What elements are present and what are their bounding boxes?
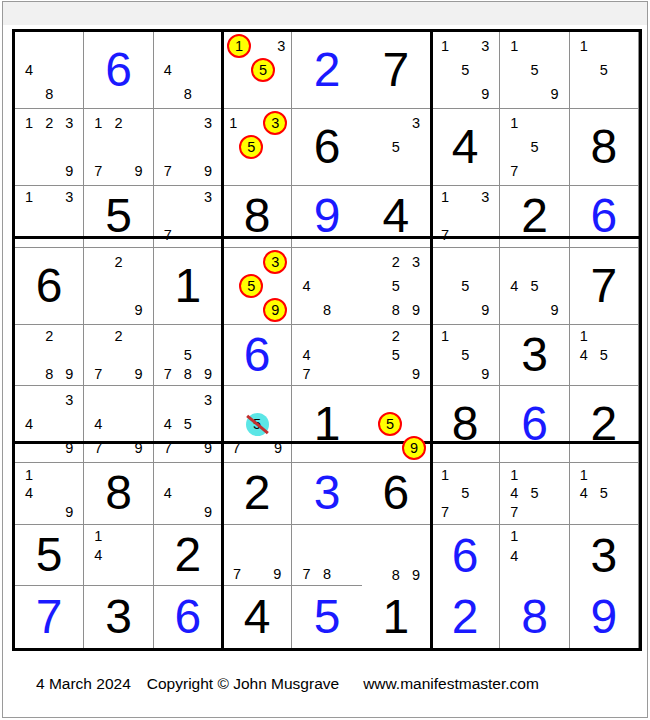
candidate: 3 xyxy=(475,34,495,58)
candidate: 1 xyxy=(574,34,594,58)
given-digit: 3 xyxy=(590,532,617,580)
candidate: 4 xyxy=(19,484,39,503)
candidate: 9 xyxy=(129,436,149,460)
cell-r2c1[interactable]: 1239 xyxy=(15,109,84,186)
footer-website: www.manifestmaster.com xyxy=(363,675,539,693)
candidate: 2 xyxy=(108,327,128,346)
candidate: 5 xyxy=(594,484,614,503)
cell-r4c9[interactable]: 7 xyxy=(570,248,639,325)
cell-r9c7[interactable]: 2 xyxy=(431,586,500,648)
candidate: 7 xyxy=(435,503,455,522)
cell-r9c4[interactable]: 4 xyxy=(223,586,292,648)
solved-digit: 6 xyxy=(521,400,548,448)
candidate: 4 xyxy=(504,546,524,565)
candidate: 4 xyxy=(158,58,178,82)
candidate: 1 xyxy=(19,188,39,207)
cell-r1c8[interactable]: 159 xyxy=(500,32,569,109)
candidate: 4 xyxy=(88,546,108,565)
cell-r3c5[interactable]: 9 xyxy=(292,186,361,248)
candidate: 2 xyxy=(39,327,59,346)
cell-r3c4[interactable]: 8 xyxy=(223,186,292,248)
candidate: 8 xyxy=(386,565,406,584)
cell-r6c5[interactable]: 1 xyxy=(292,386,361,463)
given-digit: 2 xyxy=(521,192,548,240)
candidate: 5 xyxy=(178,345,198,364)
candidate: 2 xyxy=(386,250,406,274)
candidate: 9 xyxy=(59,364,79,383)
candidate: 5 xyxy=(524,484,544,503)
given-digit: 7 xyxy=(590,262,617,310)
candidate: 8 xyxy=(178,364,198,383)
cell-r4c7[interactable]: 59 xyxy=(431,248,500,325)
candidate: 7 xyxy=(88,159,108,183)
candidate: 3 xyxy=(275,34,287,58)
cell-r1c9[interactable]: 15 xyxy=(570,32,639,109)
cell-r2c3[interactable]: 379 xyxy=(154,109,223,186)
cell-r7c4[interactable]: 2 xyxy=(223,463,292,525)
candidate: 4 xyxy=(574,484,594,503)
candidate: 5 xyxy=(455,274,475,298)
candidate: 8 xyxy=(39,364,59,383)
candidate: 9 xyxy=(129,298,149,322)
candidate: 9 xyxy=(198,159,218,183)
candidate-eliminated: 5 xyxy=(246,413,269,436)
cell-r2c5[interactable]: 6 xyxy=(292,109,361,186)
solved-digit: 6 xyxy=(590,192,617,240)
cell-r4c6[interactable]: 23589 xyxy=(362,248,431,325)
candidate: 1 xyxy=(88,527,108,546)
cell-r1c4[interactable]: 135 xyxy=(223,32,292,109)
given-digit: 1 xyxy=(174,262,201,310)
candidate: 3 xyxy=(475,188,495,207)
cell-r8c7[interactable]: 6 xyxy=(431,525,500,587)
solved-digit: 9 xyxy=(590,593,617,641)
candidate: 3 xyxy=(59,388,79,412)
cell-r5c2[interactable]: 279 xyxy=(84,325,153,387)
candidate: 5 xyxy=(386,345,406,364)
candidate: 4 xyxy=(574,345,594,364)
candidate: 5 xyxy=(386,274,406,298)
candidate: 9 xyxy=(475,82,495,106)
candidate: 9 xyxy=(198,364,218,383)
cell-r2c8[interactable]: 157 xyxy=(500,109,569,186)
cell-r6c4[interactable]: 579 xyxy=(223,386,292,463)
candidate: 8 xyxy=(178,82,198,106)
given-digit: 5 xyxy=(36,531,63,579)
candidate: 7 xyxy=(227,565,247,584)
candidate-highlighted: 5 xyxy=(239,135,263,159)
solved-digit: 6 xyxy=(452,532,479,580)
cell-r3c6[interactable]: 4 xyxy=(362,186,431,248)
candidate: 3 xyxy=(198,111,218,135)
cell-r8c4[interactable]: 79 xyxy=(223,525,292,587)
candidate: 1 xyxy=(435,327,455,346)
cell-r8c5[interactable]: 78 xyxy=(292,525,361,587)
candidate: 7 xyxy=(158,159,178,183)
candidate: 5 xyxy=(455,345,475,364)
cell-r3c7[interactable]: 137 xyxy=(431,186,500,248)
cell-r4c5[interactable]: 48 xyxy=(292,248,361,325)
candidate-highlighted: 5 xyxy=(251,58,275,82)
cell-r4c4[interactable]: 359 xyxy=(223,248,292,325)
solved-digit: 6 xyxy=(244,331,271,379)
sudoku-board: 4864813527135915915123912793791356354157… xyxy=(12,29,642,651)
candidate: 8 xyxy=(39,82,59,106)
cell-r6c3[interactable]: 34579 xyxy=(154,386,223,463)
cell-r8c9[interactable]: 3 xyxy=(570,525,639,587)
candidate: 3 xyxy=(406,250,426,274)
cell-r1c2[interactable]: 6 xyxy=(84,32,153,109)
given-digit: 2 xyxy=(590,400,617,448)
candidate: 1 xyxy=(504,465,524,484)
candidate: 4 xyxy=(296,345,316,364)
cell-r7c9[interactable]: 145 xyxy=(570,463,639,525)
solved-digit: 3 xyxy=(314,469,341,517)
given-digit: 6 xyxy=(314,123,341,171)
cell-r6c8[interactable]: 6 xyxy=(500,386,569,463)
candidate: 3 xyxy=(59,111,79,135)
cell-r1c7[interactable]: 1359 xyxy=(431,32,500,109)
candidate: 9 xyxy=(475,364,495,383)
given-digit: 7 xyxy=(382,46,409,94)
candidate: 3 xyxy=(198,388,218,412)
cell-r4c8[interactable]: 459 xyxy=(500,248,569,325)
cell-r6c2[interactable]: 479 xyxy=(84,386,153,463)
candidate: 9 xyxy=(59,436,79,460)
candidate-highlighted: 3 xyxy=(263,111,287,135)
candidate: 5 xyxy=(594,58,614,82)
cell-r9c8[interactable]: 8 xyxy=(500,586,569,648)
cell-r8c2[interactable]: 14 xyxy=(84,525,153,587)
candidate: 1 xyxy=(435,465,455,484)
candidate: 5 xyxy=(455,484,475,503)
candidate: 3 xyxy=(59,188,79,207)
candidate: 9 xyxy=(269,436,288,460)
candidate-highlighted: 5 xyxy=(378,412,402,436)
candidate: 2 xyxy=(386,327,406,346)
given-digit: 1 xyxy=(314,400,341,448)
cell-r3c2[interactable]: 5 xyxy=(84,186,153,248)
cell-r3c9[interactable]: 6 xyxy=(570,186,639,248)
candidate: 5 xyxy=(455,58,475,82)
candidate: 4 xyxy=(296,274,316,298)
cell-r7c8[interactable]: 1457 xyxy=(500,463,569,525)
candidate: 1 xyxy=(88,111,108,135)
cell-r2c2[interactable]: 1279 xyxy=(84,109,153,186)
solved-digit: 8 xyxy=(521,593,548,641)
candidate: 2 xyxy=(108,250,128,274)
cell-r7c2[interactable]: 8 xyxy=(84,463,153,525)
candidate: 1 xyxy=(227,111,239,135)
cell-r4c3[interactable]: 1 xyxy=(154,248,223,325)
cell-r5c7[interactable]: 159 xyxy=(431,325,500,387)
cell-r2c9[interactable]: 8 xyxy=(570,109,639,186)
candidate: 5 xyxy=(594,345,614,364)
cell-r1c1[interactable]: 48 xyxy=(15,32,84,109)
candidate: 7 xyxy=(227,436,246,460)
cell-r3c3[interactable]: 37 xyxy=(154,186,223,248)
cell-r7c3[interactable]: 49 xyxy=(154,463,223,525)
footer-date: 4 March 2024 xyxy=(36,675,131,693)
cell-r5c5[interactable]: 47 xyxy=(292,325,361,387)
solved-digit: 9 xyxy=(314,192,341,240)
given-digit: 8 xyxy=(105,469,132,517)
candidate: 9 xyxy=(406,565,426,584)
candidate: 8 xyxy=(317,565,337,584)
given-digit: 4 xyxy=(382,192,409,240)
given-digit: 4 xyxy=(452,123,479,171)
cell-r2c4[interactable]: 135 xyxy=(223,109,292,186)
given-digit: 3 xyxy=(521,331,548,379)
solved-digit: 6 xyxy=(174,593,201,641)
given-digit: 8 xyxy=(590,123,617,171)
cell-r8c8[interactable]: 14 xyxy=(500,525,569,587)
candidate: 1 xyxy=(504,527,524,546)
cell-r1c3[interactable]: 48 xyxy=(154,32,223,109)
given-digit: 2 xyxy=(174,531,201,579)
candidate: 7 xyxy=(296,565,316,584)
candidate: 4 xyxy=(504,484,524,503)
cell-r5c8[interactable]: 3 xyxy=(500,325,569,387)
candidate: 9 xyxy=(267,565,287,584)
candidate: 7 xyxy=(158,436,178,460)
candidate: 4 xyxy=(19,412,39,436)
candidate: 9 xyxy=(59,503,79,522)
candidate: 8 xyxy=(317,298,337,322)
given-digit: 8 xyxy=(452,400,479,448)
candidate: 8 xyxy=(386,298,406,322)
window-top-strip xyxy=(3,2,647,25)
candidate: 7 xyxy=(504,503,524,522)
cell-r8c6[interactable]: 89 xyxy=(362,525,431,587)
cell-r1c6[interactable]: 7 xyxy=(362,32,431,109)
cell-r8c3[interactable]: 2 xyxy=(154,525,223,587)
cell-r9c6[interactable]: 1 xyxy=(362,586,431,648)
candidate: 9 xyxy=(198,503,218,522)
candidate: 3 xyxy=(406,111,426,135)
candidate: 7 xyxy=(435,226,455,245)
cell-r5c6[interactable]: 259 xyxy=(362,325,431,387)
candidate: 1 xyxy=(574,327,594,346)
candidate: 1 xyxy=(435,188,455,207)
cell-r7c6[interactable]: 6 xyxy=(362,463,431,525)
cell-r5c3[interactable]: 5789 xyxy=(154,325,223,387)
candidate: 5 xyxy=(524,135,544,159)
candidate: 2 xyxy=(39,111,59,135)
solved-digit: 7 xyxy=(36,593,63,641)
candidate: 7 xyxy=(504,159,524,183)
cell-r6c7[interactable]: 8 xyxy=(431,386,500,463)
cell-r7c1[interactable]: 149 xyxy=(15,463,84,525)
cell-r5c9[interactable]: 145 xyxy=(570,325,639,387)
candidate: 5 xyxy=(524,58,544,82)
cell-r5c1[interactable]: 289 xyxy=(15,325,84,387)
solved-digit: 5 xyxy=(314,593,341,641)
candidate: 9 xyxy=(545,298,565,322)
cell-r8c1[interactable]: 5 xyxy=(15,525,84,587)
candidate: 9 xyxy=(475,298,495,322)
cell-r3c8[interactable]: 2 xyxy=(500,186,569,248)
candidate: 5 xyxy=(386,135,406,159)
candidate: 1 xyxy=(19,111,39,135)
given-digit: 8 xyxy=(244,192,271,240)
candidate-highlighted: 1 xyxy=(227,34,251,58)
candidate: 5 xyxy=(178,412,198,436)
candidate: 1 xyxy=(435,34,455,58)
cell-r5c4[interactable]: 6 xyxy=(223,325,292,387)
candidate: 7 xyxy=(158,226,178,245)
cell-r1c5[interactable]: 2 xyxy=(292,32,361,109)
candidate: 4 xyxy=(158,412,178,436)
given-digit: 5 xyxy=(105,192,132,240)
candidate: 9 xyxy=(129,159,149,183)
given-digit: 3 xyxy=(105,593,132,641)
candidate: 9 xyxy=(545,82,565,106)
cell-r2c6[interactable]: 35 xyxy=(362,109,431,186)
solved-digit: 2 xyxy=(452,593,479,641)
candidate: 1 xyxy=(19,465,39,484)
candidate: 4 xyxy=(19,58,39,82)
cell-r9c2[interactable]: 3 xyxy=(84,586,153,648)
given-digit: 1 xyxy=(382,593,409,641)
candidate: 7 xyxy=(88,436,108,460)
cell-r6c6[interactable]: 59 xyxy=(362,386,431,463)
candidate: 9 xyxy=(129,364,149,383)
given-digit: 6 xyxy=(36,262,63,310)
cell-r4c1[interactable]: 6 xyxy=(15,248,84,325)
footer-copyright: Copyright © John Musgrave xyxy=(147,675,339,693)
solved-digit: 6 xyxy=(105,46,132,94)
cell-r7c7[interactable]: 157 xyxy=(431,463,500,525)
candidate: 9 xyxy=(198,436,218,460)
candidate-highlighted: 5 xyxy=(239,274,263,298)
cell-r9c9[interactable]: 9 xyxy=(570,586,639,648)
given-digit: 4 xyxy=(244,593,271,641)
cell-r9c3[interactable]: 6 xyxy=(154,586,223,648)
candidate: 9 xyxy=(406,364,426,383)
candidate: 4 xyxy=(88,412,108,436)
cell-r2c7[interactable]: 4 xyxy=(431,109,500,186)
candidate-highlighted: 3 xyxy=(263,250,287,274)
cell-r3c1[interactable]: 13 xyxy=(15,186,84,248)
given-digit: 2 xyxy=(244,469,271,517)
candidate-highlighted: 9 xyxy=(402,436,426,460)
candidate-highlighted: 9 xyxy=(263,298,287,322)
cell-r9c5[interactable]: 5 xyxy=(292,586,361,648)
candidate: 7 xyxy=(88,364,108,383)
candidate: 7 xyxy=(158,364,178,383)
candidate: 3 xyxy=(198,188,218,207)
candidate: 9 xyxy=(406,298,426,322)
candidate: 1 xyxy=(504,34,524,58)
given-digit: 6 xyxy=(382,469,409,517)
cell-r7c5[interactable]: 3 xyxy=(292,463,361,525)
solved-digit: 2 xyxy=(314,46,341,94)
candidate: 5 xyxy=(524,274,544,298)
candidate: 9 xyxy=(59,159,79,183)
cell-r9c1[interactable]: 7 xyxy=(15,586,84,648)
candidate: 1 xyxy=(574,465,594,484)
cell-r6c9[interactable]: 2 xyxy=(570,386,639,463)
candidate: 2 xyxy=(108,111,128,135)
footer: 4 March 2024 Copyright © John Musgrave w… xyxy=(36,675,539,693)
cell-r6c1[interactable]: 349 xyxy=(15,386,84,463)
candidate: 7 xyxy=(296,364,316,383)
cell-r4c2[interactable]: 29 xyxy=(84,248,153,325)
candidate: 4 xyxy=(504,274,524,298)
candidate: 1 xyxy=(504,111,524,135)
candidate: 4 xyxy=(158,484,178,503)
